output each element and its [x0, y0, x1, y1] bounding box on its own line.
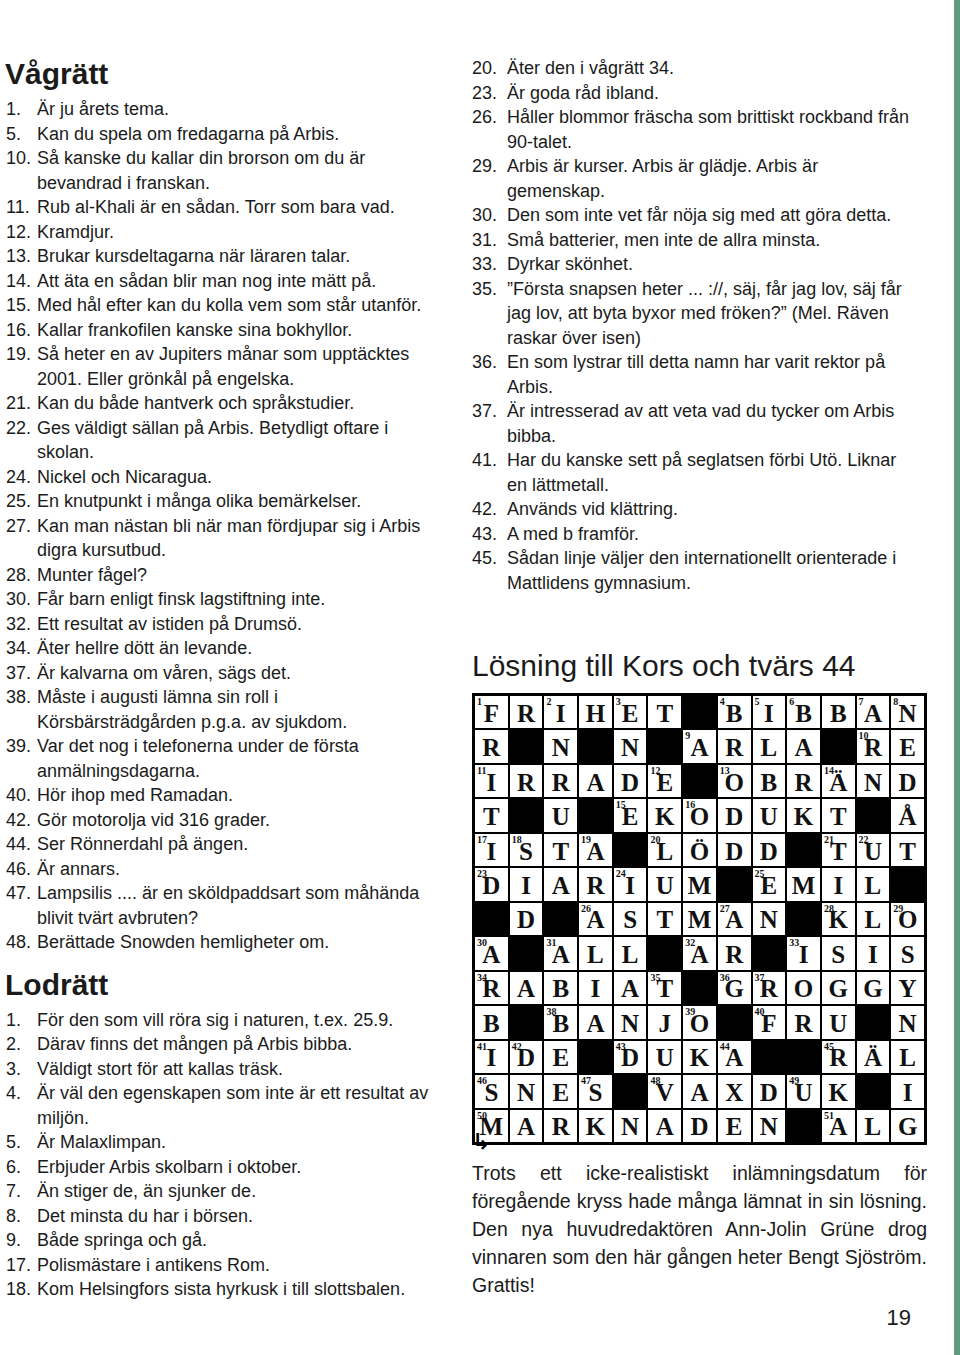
grid-cell-r9c5: A [613, 971, 648, 1005]
cell-letter: B [830, 697, 847, 728]
clue-item: 13.Brukar kursdeltagarna när läraren tal… [6, 244, 436, 269]
clue-number: 23. [472, 81, 507, 106]
clue-item: 29.Arbis är kurser. Arbis är glädje. Arb… [472, 154, 912, 203]
grid-cell-r11c3: E [543, 1040, 578, 1074]
grid-cell-r2c9: L [752, 729, 787, 763]
clue-item: 30.Får barn enligt finsk lagstiftning in… [6, 587, 436, 612]
grid-cell-r11c11: 45R [821, 1040, 856, 1074]
down-clue-list-left: 1.För den som vill röra sig i naturen, t… [6, 1008, 436, 1302]
grid-cell-r11c9 [752, 1040, 787, 1074]
grid-cell-r9c12: G [856, 971, 891, 1005]
clue-item: 15.Med hål efter kan du kolla vem som st… [6, 293, 436, 318]
cell-letter: A [656, 1110, 674, 1141]
clue-number: 14. [6, 269, 37, 294]
grid-cell-r8c2 [509, 936, 544, 970]
cell-letter: N [621, 731, 639, 762]
grid-cell-r8c3: 31A [543, 936, 578, 970]
grid-cell-r3c6: 12E [647, 764, 682, 798]
grid-cell-r1c13: 8N [890, 695, 925, 729]
down-clue-list-right: 20.Äter den i vågrätt 34.23.Är goda råd … [472, 56, 912, 595]
clue-item: 30.Den som inte vet får nöja sig med att… [472, 203, 912, 228]
clue-text: Är ju årets tema. [37, 97, 436, 122]
grid-cell-r8c13: S [890, 936, 925, 970]
grid-cell-r8c4: L [578, 936, 613, 970]
cell-letter: I [764, 697, 774, 728]
grid-cell-r8c7: 32A [682, 936, 717, 970]
cell-clue-number: 22 [859, 834, 869, 845]
clue-number: 20. [472, 56, 507, 81]
cell-letter: D [725, 800, 743, 831]
clue-number: 11. [6, 195, 37, 220]
grid-cell-r6c1: 23D [474, 867, 509, 901]
grid-cell-r3c8: 13O [717, 764, 752, 798]
cell-clue-number: 17 [477, 834, 487, 845]
cell-clue-number: 45 [824, 1041, 834, 1052]
clue-number: 24. [6, 465, 37, 490]
grid-cell-r8c10: 33I [786, 936, 821, 970]
grid-cell-r9c8: 36G [717, 971, 752, 1005]
cell-letter: E [552, 1041, 569, 1072]
cell-letter: I [903, 1076, 913, 1107]
grid-cell-r13c1: 50M [474, 1109, 509, 1143]
grid-cell-r11c8: 44A [717, 1040, 752, 1074]
grid-cell-r6c13 [890, 867, 925, 901]
cell-letter: D [517, 903, 535, 934]
clue-item: 5.Är Malaxlimpan. [6, 1130, 436, 1155]
clue-text: Små batterier, men inte de allra minsta. [507, 228, 912, 253]
clue-item: 45.Sådan linje väljer den internationell… [472, 546, 912, 595]
clue-text: Sådan linje väljer den internationellt o… [507, 546, 912, 595]
cell-letter: I [486, 835, 496, 866]
grid-cell-r10c13: N [890, 1005, 925, 1039]
clue-text: Är Malaxlimpan. [37, 1130, 436, 1155]
clue-item: 2.Därav finns det mången på Arbis bibba. [6, 1032, 436, 1057]
grid-cell-r1c12: 7A [856, 695, 891, 729]
cell-letter: A [586, 1007, 604, 1038]
grid-cell-r1c1: 1F [474, 695, 509, 729]
clue-number: 25. [6, 489, 37, 514]
cell-clue-number: 15 [616, 799, 626, 810]
clue-item: 8.Det minsta du har i börsen. [6, 1204, 436, 1229]
cell-letter: K [794, 800, 813, 831]
clue-number: 10. [6, 146, 37, 171]
grid-cell-r11c12: Ä [856, 1040, 891, 1074]
cell-letter: R [482, 731, 500, 762]
clue-text: Att äta en sådan blir man nog inte mätt … [37, 269, 436, 294]
grid-cell-r12c1: 46S [474, 1074, 509, 1108]
clue-number: 30. [472, 203, 507, 228]
grid-cell-r4c13: Å [890, 798, 925, 832]
cell-letter: R [586, 869, 604, 900]
grid-cell-r7c10 [786, 902, 821, 936]
cell-clue-number: 48 [650, 1075, 660, 1086]
cell-clue-number: 39 [685, 1006, 695, 1017]
cell-letter: R [725, 938, 743, 969]
cell-letter: B [726, 697, 743, 728]
grid-cell-r5c8: D [717, 833, 752, 867]
clue-item: 42.Används vid klättring. [472, 497, 912, 522]
grid-cell-r4c8: D [717, 798, 752, 832]
cell-letter: S [623, 903, 637, 934]
clue-text: Äter hellre dött än levande. [37, 636, 436, 661]
grid-cell-r13c6: A [647, 1109, 682, 1143]
grid-cell-r13c12: L [856, 1109, 891, 1143]
grid-cell-r13c11: 51A [821, 1109, 856, 1143]
grid-cell-r2c1: R [474, 729, 509, 763]
grid-cell-r12c10: 49U [786, 1074, 821, 1108]
cell-letter: E [622, 697, 639, 728]
grid-cell-r5c12: 22U [856, 833, 891, 867]
grid-cell-r11c2: 42D [509, 1040, 544, 1074]
clue-item: 34.Äter hellre dött än levande. [6, 636, 436, 661]
cell-letter: U [760, 800, 778, 831]
cell-letter: R [517, 766, 535, 797]
cell-clue-number: 4 [720, 696, 725, 707]
clue-text: Ett resultat av istiden på Drumsö. [37, 612, 436, 637]
grid-cell-r9c7 [682, 971, 717, 1005]
cell-letter: Y [899, 972, 917, 1003]
cell-clue-number: 40 [755, 1006, 765, 1017]
page-number: 19 [472, 1305, 927, 1331]
cell-clue-number: 9 [685, 730, 690, 741]
cell-clue-number: 44 [720, 1041, 730, 1052]
grid-cell-r4c3: U [543, 798, 578, 832]
clue-text: Väldigt stort för att kallas träsk. [37, 1057, 436, 1082]
clue-number: 40. [6, 783, 37, 808]
grid-cell-r10c3: 38B [543, 1005, 578, 1039]
clue-item: 23.Är goda råd ibland. [472, 81, 912, 106]
cell-clue-number: 33 [789, 937, 799, 948]
clue-item: 38.Måste i augusti lämna sin roll i Körs… [6, 685, 436, 734]
clue-number: 33. [472, 252, 507, 277]
grid-cell-r12c3: E [543, 1074, 578, 1108]
cell-clue-number: 13 [720, 765, 730, 776]
cell-clue-number: 12 [650, 765, 660, 776]
cell-letter: L [865, 903, 882, 934]
cell-letter: R [795, 1007, 813, 1038]
clue-number: 27. [6, 514, 37, 539]
clue-item: 24.Nickel och Nicaragua. [6, 465, 436, 490]
clue-item: 20.Äter den i vågrätt 34. [472, 56, 912, 81]
clue-number: 17. [6, 1253, 37, 1278]
grid-cell-r9c4: I [578, 971, 613, 1005]
grid-cell-r13c2: A [509, 1109, 544, 1143]
cell-letter: I [799, 938, 809, 969]
cell-letter: I [486, 766, 496, 797]
grid-cell-r10c8 [717, 1005, 752, 1039]
clue-item: 22.Ges väldigt sällan på Arbis. Betydlig… [6, 416, 436, 465]
cell-letter: Ä [864, 1041, 882, 1072]
clue-text: Hör ihop med Ramadan. [37, 783, 436, 808]
clue-text: Arbis är kurser. Arbis är glädje. Arbis … [507, 154, 912, 203]
clue-text: Både springa och gå. [37, 1228, 436, 1253]
clue-item: 19.Så heter en av Jupiters månar som upp… [6, 342, 436, 391]
clue-text: Var det nog i telefonerna under de först… [37, 734, 436, 783]
clue-text: Har du kanske sett på seglatsen förbi Ut… [507, 448, 912, 497]
cell-letter: L [622, 938, 639, 969]
cell-clue-number: 7 [859, 696, 864, 707]
grid-cell-r3c10: R [786, 764, 821, 798]
grid-cell-r4c7: 16O [682, 798, 717, 832]
cell-clue-number: 27 [720, 903, 730, 914]
grid-cell-r7c9: N [752, 902, 787, 936]
grid-cell-r4c2 [509, 798, 544, 832]
clue-text: Kan man nästan bli när man fördjupar sig… [37, 514, 436, 563]
grid-cell-r6c2: I [509, 867, 544, 901]
clue-item: 7.Än stiger de, än sjunker de. [6, 1179, 436, 1204]
cell-letter: K [655, 800, 674, 831]
clue-text: Är väl den egenskapen som inte är ett re… [37, 1081, 436, 1130]
clue-number: 7. [6, 1179, 37, 1204]
clue-text: Ser Rönnerdahl på ängen. [37, 832, 436, 857]
grid-cell-r12c9: D [752, 1074, 787, 1108]
grid-cell-r1c5: 3E [613, 695, 648, 729]
cell-clue-number: 50 [477, 1110, 487, 1121]
grid-cell-r2c5: N [613, 729, 648, 763]
clue-number: 32. [6, 612, 37, 637]
clue-item: 9.Både springa och gå. [6, 1228, 436, 1253]
cell-letter: R [552, 1110, 570, 1141]
grid-cell-r10c9: 40F [752, 1005, 787, 1039]
cell-clue-number: 28 [824, 903, 834, 914]
cell-letter: B [761, 766, 778, 797]
crossword-grid: ↳ 1FR2IH3ET4B5I6BB7A8NRNN9ARLA10RE11IRRA… [472, 693, 927, 1145]
grid-cell-r12c8: X [717, 1074, 752, 1108]
clue-text: Är goda råd ibland. [507, 81, 912, 106]
clue-text: En knutpunkt i många olika bemärkelser. [37, 489, 436, 514]
clue-number: 42. [472, 497, 507, 522]
cell-letter: E [726, 1110, 743, 1141]
grid-cell-r12c11: K [821, 1074, 856, 1108]
clue-item: 25.En knutpunkt i många olika bemärkelse… [6, 489, 436, 514]
down-heading: Lodrätt [5, 967, 436, 1003]
grid-cell-r1c11: B [821, 695, 856, 729]
grid-cell-r9c13: Y [890, 971, 925, 1005]
grid-cell-r13c10 [786, 1109, 821, 1143]
grid-cell-r13c4: K [578, 1109, 613, 1143]
clue-number: 44. [6, 832, 37, 857]
clue-number: 37. [472, 399, 507, 424]
cell-letter: D [760, 835, 778, 866]
cell-letter: E [552, 1076, 569, 1107]
cell-letter: U [656, 869, 674, 900]
grid-cell-r7c4: 26A [578, 902, 613, 936]
cell-letter: K [829, 1076, 848, 1107]
grid-cell-r5c10 [786, 833, 821, 867]
cell-letter: U [829, 1007, 847, 1038]
clue-number: 31. [472, 228, 507, 253]
cell-clue-number: 32 [685, 937, 695, 948]
grid-cell-r5c1: 17I [474, 833, 509, 867]
grid-cell-r2c4 [578, 729, 613, 763]
clue-text: Nickel och Nicaragua. [37, 465, 436, 490]
grid-cell-r10c12 [856, 1005, 891, 1039]
grid-cell-r8c12: I [856, 936, 891, 970]
clue-text: Så heter en av Jupiters månar som upptäc… [37, 342, 436, 391]
grid-cell-r6c12: L [856, 867, 891, 901]
clue-number: 5. [6, 1130, 37, 1155]
clue-text: Måste i augusti lämna sin roll i Körsbär… [37, 685, 436, 734]
clue-text: A med b framför. [507, 522, 912, 547]
cell-letter: I [833, 869, 843, 900]
grid-cell-r10c1: B [474, 1005, 509, 1039]
grid-cell-r4c4 [578, 798, 613, 832]
grid-cell-r12c7: A [682, 1074, 717, 1108]
cell-letter: L [761, 731, 778, 762]
cell-letter: K [690, 1041, 709, 1072]
cell-letter: D [621, 766, 639, 797]
grid-cell-r11c5: 43D [613, 1040, 648, 1074]
cell-letter: G [829, 972, 848, 1003]
cell-letter: K [586, 1110, 605, 1141]
grid-cell-r4c10: K [786, 798, 821, 832]
clue-number: 4. [6, 1081, 37, 1106]
cell-letter: B [795, 697, 812, 728]
clue-number: 1. [6, 97, 37, 122]
page-edge-accent [954, 0, 960, 1355]
clue-number: 38. [6, 685, 37, 710]
cell-letter: D [725, 835, 743, 866]
cell-letter: A [864, 697, 882, 728]
cell-clue-number: 51 [824, 1110, 834, 1121]
clue-item: 12.Kramdjur. [6, 220, 436, 245]
clue-item: 6.Erbjuder Arbis skolbarn i oktober. [6, 1155, 436, 1180]
grid-cell-r7c6: T [647, 902, 682, 936]
clue-item: 4.Är väl den egenskapen som inte är ett … [6, 1081, 436, 1130]
cell-clue-number: 21 [824, 834, 834, 845]
cell-letter: I [591, 972, 601, 1003]
clue-number: 8. [6, 1204, 37, 1229]
cell-letter: U [552, 800, 570, 831]
clue-text: Dyrkar skönhet. [507, 252, 912, 277]
cell-letter: A [690, 1076, 708, 1107]
grid-cell-r8c11: S [821, 936, 856, 970]
clue-item: 47.Lampsilis .... är en sköldpaddsart so… [6, 881, 436, 930]
grid-cell-r4c6: K [647, 798, 682, 832]
clue-text: Håller blommor fräscha som brittiskt roc… [507, 105, 912, 154]
cell-clue-number: 49 [789, 1075, 799, 1086]
grid-cell-r9c11: G [821, 971, 856, 1005]
clue-item: 36.En som lystrar till detta namn har va… [472, 350, 912, 399]
grid-cell-r1c4: H [578, 695, 613, 729]
cell-clue-number: 29 [893, 903, 903, 914]
grid-cell-r3c4: A [578, 764, 613, 798]
grid-cell-r6c10: M [786, 867, 821, 901]
grid-cell-r8c5: L [613, 936, 648, 970]
clue-item: 18.Kom Helsingfors sista hyrkusk i till … [6, 1277, 436, 1302]
cell-letter: I [556, 697, 566, 728]
cell-letter: N [760, 1110, 778, 1141]
clue-text: Berättade Snowden hemligheter om. [37, 930, 436, 955]
cell-clue-number: 14 [824, 765, 834, 776]
grid-cell-r12c4: 47S [578, 1074, 613, 1108]
clue-number: 30. [6, 587, 37, 612]
clue-item: 1.Är ju årets tema. [6, 97, 436, 122]
grid-cell-r13c8: E [717, 1109, 752, 1143]
grid-cell-r3c12: N [856, 764, 891, 798]
cell-letter: I [868, 938, 878, 969]
clue-text: En som lystrar till detta namn har varit… [507, 350, 912, 399]
grid-cell-r2c10: A [786, 729, 821, 763]
cell-clue-number: 42 [512, 1041, 522, 1052]
clue-text: Så kanske du kallar din brorson om du är… [37, 146, 436, 195]
clue-number: 47. [6, 881, 37, 906]
grid-cell-r7c7: M [682, 902, 717, 936]
clue-item: 48.Berättade Snowden hemligheter om. [6, 930, 436, 955]
clue-text: Får barn enligt finsk lagstiftning inte. [37, 587, 436, 612]
clue-number: 45. [472, 546, 507, 571]
cell-letter: B [552, 972, 569, 1003]
clue-number: 41. [472, 448, 507, 473]
grid-cell-r1c3: 2I [543, 695, 578, 729]
grid-cell-r7c8: 27A [717, 902, 752, 936]
cell-clue-number: 1 [477, 696, 482, 707]
grid-cell-r10c2 [509, 1005, 544, 1039]
grid-cell-r9c6: 35T [647, 971, 682, 1005]
grid-cell-r4c1: T [474, 798, 509, 832]
cell-clue-number: 8 [893, 696, 898, 707]
cell-letter: M [792, 869, 816, 900]
grid-cell-r6c6: U [647, 867, 682, 901]
clue-item: 21.Kan du både hantverk och språkstudier… [6, 391, 436, 416]
cell-letter: H [586, 697, 605, 728]
grid-cell-r11c13: L [890, 1040, 925, 1074]
grid-cell-r9c10: O [786, 971, 821, 1005]
cell-letter: N [621, 1007, 639, 1038]
clue-number: 18. [6, 1277, 37, 1302]
grid-cell-r7c11: 28K [821, 902, 856, 936]
cell-letter: N [899, 697, 917, 728]
clue-text: ”Första snapsen heter ... ://, säj, får … [507, 277, 912, 351]
cell-letter: S [901, 938, 915, 969]
grid-cell-r13c3: R [543, 1109, 578, 1143]
grid-cell-r1c8: 4B [717, 695, 752, 729]
clue-number: 9. [6, 1228, 37, 1253]
clue-item: 11.Rub al-Khali är en sådan. Torr som ba… [6, 195, 436, 220]
right-column: 20.Äter den i vågrätt 34.23.Är goda råd … [472, 56, 934, 1331]
grid-cell-r12c5 [613, 1074, 648, 1108]
grid-cell-r8c8: R [717, 936, 752, 970]
cell-letter: T [552, 835, 569, 866]
grid-cell-r5c5 [613, 833, 648, 867]
cell-letter: A [517, 972, 535, 1003]
cell-clue-number: 34 [477, 972, 487, 983]
cell-letter: I [521, 869, 531, 900]
grid-cell-r5c13: T [890, 833, 925, 867]
clue-text: Rub al-Khali är en sådan. Torr som bara … [37, 195, 436, 220]
clue-text: Polismästare i antikens Rom. [37, 1253, 436, 1278]
cell-letter: N [552, 731, 570, 762]
grid-cell-r5c7: Ö [682, 833, 717, 867]
cell-letter: N [899, 1007, 917, 1038]
grid-cell-r13c13: G [890, 1109, 925, 1143]
grid-cell-r10c7: 39O [682, 1005, 717, 1039]
clue-text: Än stiger de, än sjunker de. [37, 1179, 436, 1204]
cell-letter: T [899, 835, 916, 866]
cell-clue-number: 6 [789, 696, 794, 707]
cell-letter: A [795, 731, 813, 762]
cell-letter: G [898, 1110, 917, 1141]
cell-clue-number: 31 [546, 937, 556, 948]
clue-number: 5. [6, 122, 37, 147]
left-column: Vågrätt 1.Är ju årets tema.5.Kan du spel… [6, 56, 436, 1302]
cell-letter: A [552, 869, 570, 900]
grid-cell-r10c10: R [786, 1005, 821, 1039]
cell-clue-number: 20 [650, 834, 660, 845]
clue-text: Är intresserad av att veta vad du tycker… [507, 399, 912, 448]
cell-letter: D [760, 1076, 778, 1107]
grid-cell-r7c5: S [613, 902, 648, 936]
